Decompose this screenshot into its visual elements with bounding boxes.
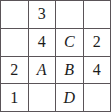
cell-r2c3[interactable]: C <box>56 29 83 56</box>
cell-value: 1 <box>10 90 18 106</box>
cell-r4c1[interactable]: 1 <box>1 84 28 111</box>
puzzle-board: 3 4 C 2 2 A B 4 1 D <box>0 0 111 112</box>
cell-value: 2 <box>93 34 101 50</box>
cell-r3c2[interactable]: A <box>29 57 56 84</box>
cell-r3c3[interactable]: B <box>56 57 83 84</box>
cell-r1c3[interactable] <box>56 1 83 28</box>
cell-value: 3 <box>38 6 46 22</box>
cell-r3c4[interactable]: 4 <box>84 57 111 84</box>
cell-value: C <box>64 34 75 50</box>
cell-value: 2 <box>10 62 18 78</box>
cell-value: 4 <box>93 62 101 78</box>
cell-r3c1[interactable]: 2 <box>1 57 28 84</box>
cell-value: A <box>37 62 47 78</box>
cell-r1c4[interactable] <box>84 1 111 28</box>
cell-value: B <box>64 62 74 78</box>
cell-r1c1[interactable] <box>1 1 28 28</box>
cell-r1c2[interactable]: 3 <box>29 1 56 28</box>
cell-r4c3[interactable]: D <box>56 84 83 111</box>
cell-r2c4[interactable]: 2 <box>84 29 111 56</box>
cell-value: 4 <box>38 34 46 50</box>
cell-r4c2[interactable] <box>29 84 56 111</box>
cell-r2c1[interactable] <box>1 29 28 56</box>
cell-value: D <box>63 90 75 106</box>
cell-r2c2[interactable]: 4 <box>29 29 56 56</box>
cell-r4c4[interactable] <box>84 84 111 111</box>
